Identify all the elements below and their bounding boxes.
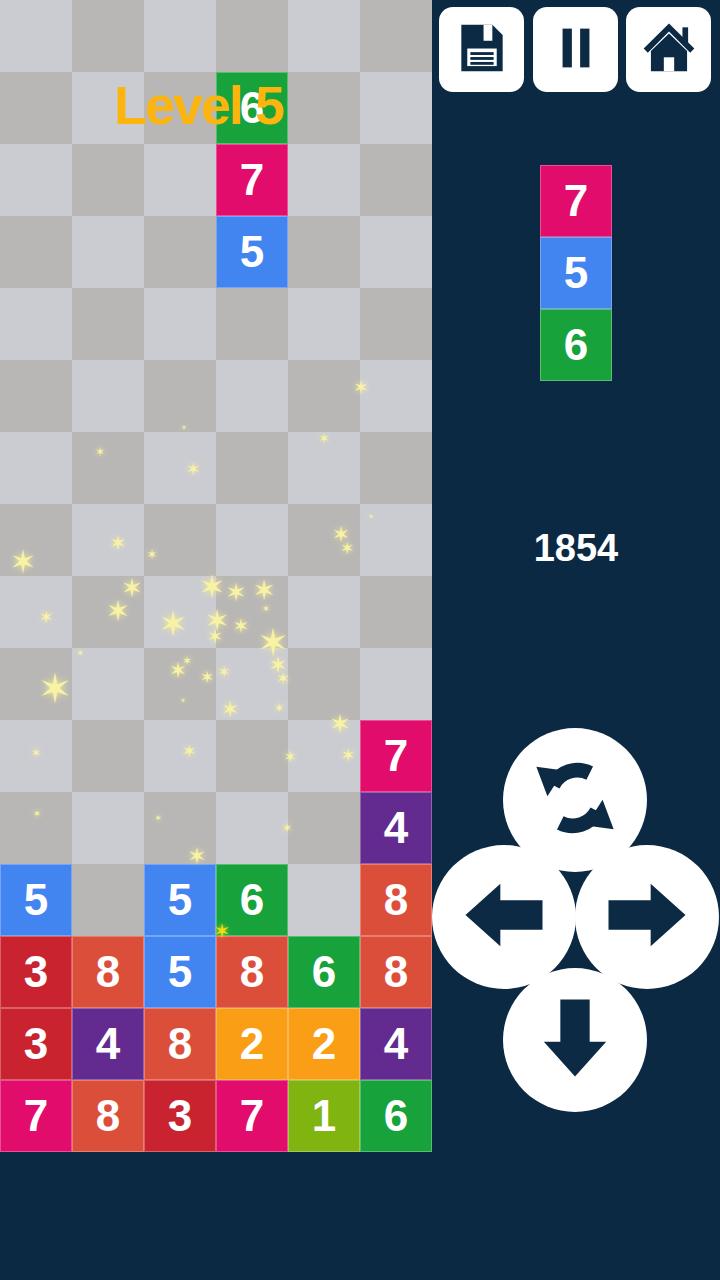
arrow-down-icon bbox=[531, 994, 619, 1086]
move-left-button[interactable] bbox=[432, 845, 576, 989]
board-cell bbox=[72, 360, 144, 432]
star-particle: ✶ bbox=[180, 697, 186, 704]
star-particle: ✶ bbox=[95, 446, 105, 458]
board-cell bbox=[72, 432, 144, 504]
pause-button[interactable] bbox=[533, 7, 618, 92]
board-cell bbox=[0, 792, 72, 864]
board-cell bbox=[72, 288, 144, 360]
board-cell bbox=[360, 576, 432, 648]
board-cell bbox=[0, 288, 72, 360]
board-cell bbox=[360, 144, 432, 216]
star-particle: ✶ bbox=[282, 822, 292, 834]
star-particle: ✶ bbox=[31, 747, 41, 759]
number-block: 4 bbox=[360, 792, 432, 864]
board-cell bbox=[0, 216, 72, 288]
board-cell bbox=[0, 144, 72, 216]
star-particle: ✶ bbox=[76, 649, 84, 658]
board-cell bbox=[288, 360, 360, 432]
board-cell bbox=[72, 792, 144, 864]
number-block: 7 bbox=[216, 1080, 288, 1152]
number-block: 8 bbox=[72, 1080, 144, 1152]
star-particle: ✶ bbox=[200, 669, 214, 686]
star-particle: ✶ bbox=[221, 699, 239, 721]
star-particle: ✶ bbox=[341, 747, 355, 764]
star-particle: ✶ bbox=[38, 669, 72, 710]
star-particle: ✶ bbox=[106, 597, 130, 626]
preview-block: 6 bbox=[540, 309, 612, 381]
number-block: 2 bbox=[216, 1008, 288, 1080]
board-cell bbox=[216, 360, 288, 432]
star-particle: ✶ bbox=[147, 548, 158, 561]
board-cell bbox=[144, 432, 216, 504]
number-block: 2 bbox=[288, 1008, 360, 1080]
home-icon bbox=[638, 17, 700, 82]
star-particle: ✶ bbox=[276, 671, 289, 687]
number-block: 7 bbox=[360, 720, 432, 792]
star-particle: ✶ bbox=[226, 580, 247, 605]
pause-icon bbox=[545, 17, 607, 82]
board-cell bbox=[144, 360, 216, 432]
score-value: 1854 bbox=[432, 527, 720, 570]
number-block: 5 bbox=[0, 864, 72, 936]
board-cell bbox=[0, 360, 72, 432]
board-cell bbox=[288, 792, 360, 864]
number-block: 8 bbox=[216, 936, 288, 1008]
board-cell bbox=[288, 864, 360, 936]
star-particle: ✶ bbox=[262, 604, 270, 614]
board-cell bbox=[144, 288, 216, 360]
star-particle: ✶ bbox=[199, 571, 226, 603]
board-cell bbox=[288, 288, 360, 360]
next-piece-preview: 756 bbox=[540, 165, 612, 381]
board-cell bbox=[360, 432, 432, 504]
board-cell bbox=[72, 0, 144, 72]
board-cell bbox=[216, 288, 288, 360]
number-block: 5 bbox=[216, 216, 288, 288]
star-particle: ✶ bbox=[207, 627, 223, 646]
star-particle: ✶ bbox=[186, 461, 200, 478]
number-block: 7 bbox=[0, 1080, 72, 1152]
star-particle: ✶ bbox=[284, 749, 297, 764]
star-particle: ✶ bbox=[214, 921, 231, 941]
board-cell bbox=[216, 432, 288, 504]
board-cell bbox=[288, 144, 360, 216]
star-particle: ✶ bbox=[33, 809, 41, 819]
board-cell bbox=[144, 144, 216, 216]
board-cell bbox=[0, 576, 72, 648]
board-cell bbox=[288, 576, 360, 648]
star-particle: ✶ bbox=[368, 513, 374, 520]
save-button[interactable] bbox=[439, 7, 524, 92]
board-cell bbox=[288, 72, 360, 144]
number-block: 7 bbox=[216, 144, 288, 216]
rotate-cycle-icon bbox=[529, 752, 621, 848]
star-particle: ✶ bbox=[319, 432, 330, 445]
number-block: 3 bbox=[0, 1008, 72, 1080]
board-cell bbox=[72, 720, 144, 792]
board-cell bbox=[0, 0, 72, 72]
preview-block: 7 bbox=[540, 165, 612, 237]
number-block: 8 bbox=[72, 936, 144, 1008]
star-particle: ✶ bbox=[233, 616, 250, 636]
board-cell bbox=[0, 72, 72, 144]
star-particle: ✶ bbox=[110, 533, 127, 553]
board-cell bbox=[72, 864, 144, 936]
move-down-button[interactable] bbox=[503, 968, 647, 1112]
level-label: Level 5 bbox=[114, 74, 283, 136]
board-cell bbox=[360, 72, 432, 144]
star-particle: ✶ bbox=[10, 546, 37, 578]
move-right-button[interactable] bbox=[575, 845, 719, 989]
board-cell bbox=[144, 0, 216, 72]
board-cell bbox=[216, 792, 288, 864]
number-block: 8 bbox=[360, 936, 432, 1008]
star-particle: ✶ bbox=[252, 577, 275, 605]
number-block: 8 bbox=[360, 864, 432, 936]
number-block: 6 bbox=[360, 1080, 432, 1152]
star-particle: ✶ bbox=[154, 814, 162, 823]
board-cell bbox=[72, 144, 144, 216]
home-button[interactable] bbox=[626, 7, 711, 92]
board-cell bbox=[216, 0, 288, 72]
board-cell bbox=[144, 720, 216, 792]
board-cell bbox=[72, 216, 144, 288]
star-particle: ✶ bbox=[181, 424, 187, 431]
board-cell bbox=[360, 0, 432, 72]
board-cell bbox=[360, 648, 432, 720]
star-particle: ✶ bbox=[274, 702, 284, 714]
star-particle: ✶ bbox=[158, 606, 187, 641]
star-particle: ✶ bbox=[182, 743, 196, 760]
star-particle: ✶ bbox=[353, 378, 369, 397]
board-cell bbox=[144, 216, 216, 288]
board-cell bbox=[72, 648, 144, 720]
arrow-right-icon bbox=[603, 871, 691, 963]
board-cell bbox=[360, 288, 432, 360]
board-cell bbox=[0, 432, 72, 504]
star-particle: ✶ bbox=[187, 845, 206, 868]
number-block: 3 bbox=[0, 936, 72, 1008]
star-particle: ✶ bbox=[340, 540, 354, 557]
board-cell bbox=[288, 216, 360, 288]
board-cell bbox=[216, 720, 288, 792]
board-cell bbox=[360, 216, 432, 288]
number-block: 5 bbox=[144, 864, 216, 936]
floppy-disk-icon bbox=[451, 17, 513, 82]
star-particle: ✶ bbox=[182, 655, 192, 667]
number-block: 1 bbox=[288, 1080, 360, 1152]
star-particle: ✶ bbox=[218, 664, 231, 679]
board-cell bbox=[360, 360, 432, 432]
star-particle: ✶ bbox=[329, 711, 351, 737]
board-cell bbox=[216, 504, 288, 576]
side-panel: 756 1854 bbox=[432, 0, 720, 1280]
star-particle: ✶ bbox=[39, 609, 53, 626]
number-block: 8 bbox=[144, 1008, 216, 1080]
number-block: 6 bbox=[288, 936, 360, 1008]
board-cell bbox=[72, 504, 144, 576]
board-cell bbox=[288, 0, 360, 72]
arrow-left-icon bbox=[460, 871, 548, 963]
number-block: 4 bbox=[360, 1008, 432, 1080]
number-block: 5 bbox=[144, 936, 216, 1008]
number-block: 4 bbox=[72, 1008, 144, 1080]
board-cell bbox=[144, 504, 216, 576]
preview-block: 5 bbox=[540, 237, 612, 309]
number-block: 3 bbox=[144, 1080, 216, 1152]
